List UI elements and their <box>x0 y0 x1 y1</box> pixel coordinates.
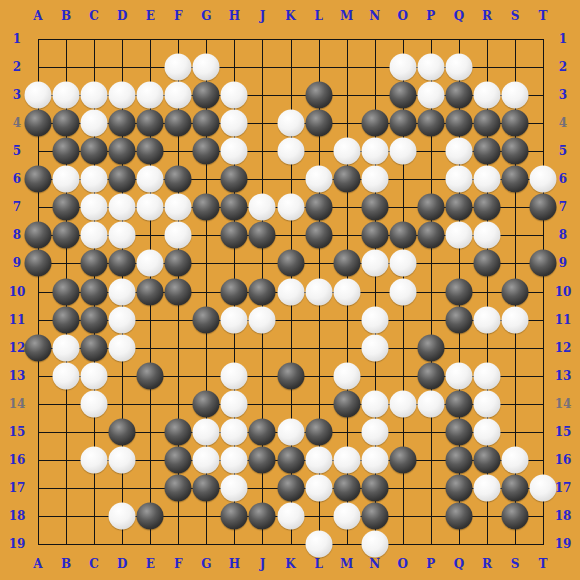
row-label-right: 18 <box>555 510 572 522</box>
grid-line-vertical <box>543 39 544 545</box>
stone-black[interactable] <box>193 110 220 137</box>
stone-white[interactable] <box>165 194 192 221</box>
column-label-bottom: L <box>314 558 322 570</box>
stone-black[interactable] <box>389 110 416 137</box>
row-label-right: 15 <box>555 426 572 438</box>
stone-black[interactable] <box>165 250 192 277</box>
stone-white[interactable] <box>361 446 388 473</box>
stone-black[interactable] <box>333 390 360 417</box>
stone-black[interactable] <box>109 418 136 445</box>
stone-black[interactable] <box>109 166 136 193</box>
stone-black[interactable] <box>333 166 360 193</box>
row-label-left: 14 <box>9 398 26 410</box>
stone-black[interactable] <box>305 110 332 137</box>
column-label-bottom: H <box>229 558 240 570</box>
row-label-left: 9 <box>13 257 21 269</box>
column-label-bottom: D <box>117 558 127 570</box>
stone-white[interactable] <box>361 418 388 445</box>
stone-white[interactable] <box>221 474 248 501</box>
row-label-right: 11 <box>555 314 572 326</box>
column-label-top: N <box>369 10 380 22</box>
column-label-top: F <box>174 10 183 22</box>
stone-white[interactable] <box>445 222 472 249</box>
column-label-top: D <box>117 10 127 22</box>
row-label-right: 5 <box>559 145 567 157</box>
row-label-left: 6 <box>13 173 21 185</box>
row-label-left: 12 <box>9 342 26 354</box>
stone-white[interactable] <box>221 418 248 445</box>
stone-white[interactable] <box>81 166 108 193</box>
stone-black[interactable] <box>502 138 529 165</box>
row-label-left: 4 <box>13 117 21 129</box>
stone-white[interactable] <box>81 390 108 417</box>
row-label-right: 12 <box>555 342 572 354</box>
stone-white[interactable] <box>361 306 388 333</box>
column-label-bottom: C <box>89 558 99 570</box>
stone-black[interactable] <box>473 138 500 165</box>
row-label-left: 7 <box>13 201 21 213</box>
column-label-top: T <box>539 10 548 22</box>
stone-black[interactable] <box>333 250 360 277</box>
column-label-top: C <box>89 10 99 22</box>
stone-black[interactable] <box>445 474 472 501</box>
stone-black[interactable] <box>25 166 52 193</box>
stone-black[interactable] <box>221 166 248 193</box>
stone-black[interactable] <box>193 82 220 109</box>
stone-black[interactable] <box>81 138 108 165</box>
stone-white[interactable] <box>333 446 360 473</box>
stone-black[interactable] <box>221 194 248 221</box>
stone-black[interactable] <box>389 222 416 249</box>
stone-white[interactable] <box>530 166 557 193</box>
stone-black[interactable] <box>277 362 304 389</box>
stone-white[interactable] <box>165 222 192 249</box>
stone-white[interactable] <box>25 82 52 109</box>
column-label-bottom: P <box>426 558 435 570</box>
row-label-left: 16 <box>9 454 26 466</box>
stone-white[interactable] <box>277 418 304 445</box>
row-label-left: 19 <box>9 538 26 550</box>
stone-white[interactable] <box>221 138 248 165</box>
stone-white[interactable] <box>473 222 500 249</box>
stone-white[interactable] <box>473 418 500 445</box>
stone-white[interactable] <box>221 110 248 137</box>
stone-white[interactable] <box>109 503 136 530</box>
stone-white[interactable] <box>109 334 136 361</box>
stone-black[interactable] <box>445 390 472 417</box>
column-label-bottom: A <box>33 558 42 570</box>
stone-white[interactable] <box>473 166 500 193</box>
stone-black[interactable] <box>473 194 500 221</box>
column-label-top: J <box>260 10 266 22</box>
stone-white[interactable] <box>53 82 80 109</box>
row-label-right: 16 <box>555 454 572 466</box>
stone-white[interactable] <box>277 503 304 530</box>
stone-black[interactable] <box>417 194 444 221</box>
stone-black[interactable] <box>109 138 136 165</box>
stone-black[interactable] <box>81 334 108 361</box>
row-label-right: 3 <box>559 89 567 101</box>
stone-white[interactable] <box>361 531 388 558</box>
column-label-top: K <box>285 10 295 22</box>
row-label-left: 5 <box>13 145 21 157</box>
stone-black[interactable] <box>165 446 192 473</box>
column-label-bottom: O <box>398 558 408 570</box>
stone-black[interactable] <box>165 166 192 193</box>
stone-black[interactable] <box>165 474 192 501</box>
stone-black[interactable] <box>530 194 557 221</box>
stone-black[interactable] <box>221 222 248 249</box>
stone-white[interactable] <box>221 446 248 473</box>
stone-white[interactable] <box>53 166 80 193</box>
stone-black[interactable] <box>389 446 416 473</box>
stone-white[interactable] <box>165 82 192 109</box>
stone-black[interactable] <box>137 138 164 165</box>
stone-white[interactable] <box>305 166 332 193</box>
stone-white[interactable] <box>109 82 136 109</box>
stone-white[interactable] <box>221 306 248 333</box>
stone-black[interactable] <box>361 474 388 501</box>
stone-white[interactable] <box>221 362 248 389</box>
stone-white[interactable] <box>502 306 529 333</box>
column-label-bottom: S <box>511 558 520 570</box>
stone-white[interactable] <box>81 362 108 389</box>
stone-white[interactable] <box>137 166 164 193</box>
stone-white[interactable] <box>445 138 472 165</box>
stone-white[interactable] <box>361 250 388 277</box>
stone-black[interactable] <box>53 110 80 137</box>
column-label-top: L <box>314 10 322 22</box>
stone-black[interactable] <box>25 222 52 249</box>
stone-white[interactable] <box>109 222 136 249</box>
stone-black[interactable] <box>193 390 220 417</box>
stone-white[interactable] <box>389 278 416 305</box>
stone-black[interactable] <box>193 194 220 221</box>
stone-black[interactable] <box>417 110 444 137</box>
stone-black[interactable] <box>165 418 192 445</box>
column-label-top: A <box>33 10 42 22</box>
stone-white[interactable] <box>361 138 388 165</box>
stone-black[interactable] <box>53 222 80 249</box>
stone-black[interactable] <box>81 306 108 333</box>
stone-white[interactable] <box>445 362 472 389</box>
stone-black[interactable] <box>25 250 52 277</box>
stone-black[interactable] <box>277 474 304 501</box>
row-label-right: 9 <box>559 257 567 269</box>
stone-black[interactable] <box>277 250 304 277</box>
stone-white[interactable] <box>221 390 248 417</box>
column-label-top: R <box>482 10 492 22</box>
stone-black[interactable] <box>53 278 80 305</box>
stone-black[interactable] <box>445 278 472 305</box>
column-label-top: Q <box>454 10 464 22</box>
stone-white[interactable] <box>137 194 164 221</box>
stone-white[interactable] <box>109 306 136 333</box>
column-label-bottom: N <box>369 558 380 570</box>
stone-white[interactable] <box>473 362 500 389</box>
column-label-bottom: T <box>539 558 548 570</box>
stone-black[interactable] <box>249 222 276 249</box>
stone-black[interactable] <box>221 278 248 305</box>
stone-white[interactable] <box>305 531 332 558</box>
stone-black[interactable] <box>193 306 220 333</box>
stone-white[interactable] <box>53 362 80 389</box>
stone-black[interactable] <box>249 278 276 305</box>
stone-black[interactable] <box>249 418 276 445</box>
stone-black[interactable] <box>445 306 472 333</box>
stone-white[interactable] <box>53 334 80 361</box>
stone-black[interactable] <box>137 362 164 389</box>
column-label-top: H <box>229 10 240 22</box>
stone-black[interactable] <box>109 110 136 137</box>
stone-white[interactable] <box>137 250 164 277</box>
stone-white[interactable] <box>81 194 108 221</box>
stone-white[interactable] <box>81 446 108 473</box>
stone-white[interactable] <box>530 474 557 501</box>
stone-white[interactable] <box>502 82 529 109</box>
stone-white[interactable] <box>417 54 444 81</box>
stone-black[interactable] <box>53 194 80 221</box>
stone-black[interactable] <box>305 82 332 109</box>
row-label-right: 19 <box>555 538 572 550</box>
stone-black[interactable] <box>445 82 472 109</box>
row-label-right: 1 <box>559 33 567 45</box>
stone-black[interactable] <box>165 110 192 137</box>
stone-black[interactable] <box>53 138 80 165</box>
row-label-right: 10 <box>555 286 572 298</box>
stone-black[interactable] <box>445 503 472 530</box>
stone-black[interactable] <box>137 278 164 305</box>
stone-black[interactable] <box>445 110 472 137</box>
column-label-top: S <box>511 10 520 22</box>
column-label-bottom: K <box>285 558 295 570</box>
row-label-left: 17 <box>9 482 26 494</box>
stone-white[interactable] <box>473 474 500 501</box>
stone-white[interactable] <box>473 306 500 333</box>
stone-black[interactable] <box>193 474 220 501</box>
stone-white[interactable] <box>277 138 304 165</box>
stone-black[interactable] <box>333 474 360 501</box>
stone-black[interactable] <box>502 278 529 305</box>
stone-white[interactable] <box>389 138 416 165</box>
stone-black[interactable] <box>305 194 332 221</box>
row-label-right: 2 <box>559 61 567 73</box>
row-label-right: 4 <box>559 117 567 129</box>
stone-black[interactable] <box>417 334 444 361</box>
stone-white[interactable] <box>473 390 500 417</box>
stone-black[interactable] <box>81 278 108 305</box>
stone-black[interactable] <box>473 110 500 137</box>
stone-black[interactable] <box>361 110 388 137</box>
stone-white[interactable] <box>361 390 388 417</box>
column-label-top: G <box>201 10 211 22</box>
stone-black[interactable] <box>25 110 52 137</box>
stone-black[interactable] <box>502 166 529 193</box>
column-label-top: B <box>61 10 71 22</box>
stone-black[interactable] <box>473 250 500 277</box>
column-label-bottom: J <box>260 558 266 570</box>
stone-black[interactable] <box>445 446 472 473</box>
stone-white[interactable] <box>305 446 332 473</box>
stone-white[interactable] <box>333 278 360 305</box>
stone-white[interactable] <box>417 82 444 109</box>
stone-white[interactable] <box>81 82 108 109</box>
row-label-left: 11 <box>9 314 26 326</box>
stone-black[interactable] <box>361 194 388 221</box>
stone-white[interactable] <box>193 446 220 473</box>
stone-black[interactable] <box>53 306 80 333</box>
stone-black[interactable] <box>502 110 529 137</box>
stone-white[interactable] <box>361 334 388 361</box>
stone-white[interactable] <box>193 418 220 445</box>
stone-white[interactable] <box>109 446 136 473</box>
column-label-bottom: Q <box>454 558 464 570</box>
column-label-bottom: G <box>201 558 211 570</box>
column-label-bottom: R <box>482 558 492 570</box>
stone-black[interactable] <box>137 503 164 530</box>
row-label-right: 7 <box>559 201 567 213</box>
row-label-right: 14 <box>555 398 572 410</box>
stone-white[interactable] <box>109 194 136 221</box>
stone-white[interactable] <box>81 222 108 249</box>
row-label-left: 15 <box>9 426 26 438</box>
stone-white[interactable] <box>249 306 276 333</box>
stone-white[interactable] <box>305 278 332 305</box>
row-label-left: 3 <box>13 89 21 101</box>
grid-line-horizontal <box>38 544 543 545</box>
column-label-bottom: M <box>340 558 353 570</box>
stone-white[interactable] <box>361 166 388 193</box>
stone-white[interactable] <box>165 54 192 81</box>
stone-white[interactable] <box>277 278 304 305</box>
column-label-top: M <box>340 10 353 22</box>
stone-black[interactable] <box>417 362 444 389</box>
stone-white[interactable] <box>445 54 472 81</box>
stone-black[interactable] <box>249 446 276 473</box>
stone-black[interactable] <box>221 503 248 530</box>
stone-black[interactable] <box>361 222 388 249</box>
row-label-left: 8 <box>13 229 21 241</box>
row-label-right: 17 <box>555 482 572 494</box>
column-label-top: P <box>426 10 435 22</box>
column-label-top: O <box>398 10 408 22</box>
stone-white[interactable] <box>109 278 136 305</box>
stone-white[interactable] <box>137 82 164 109</box>
column-label-bottom: E <box>146 558 155 570</box>
stone-white[interactable] <box>193 54 220 81</box>
stone-black[interactable] <box>473 446 500 473</box>
stone-black[interactable] <box>109 250 136 277</box>
stone-black[interactable] <box>502 474 529 501</box>
stone-black[interactable] <box>277 446 304 473</box>
stone-black[interactable] <box>81 250 108 277</box>
stone-white[interactable] <box>389 54 416 81</box>
stone-white[interactable] <box>417 390 444 417</box>
row-label-right: 6 <box>559 173 567 185</box>
row-label-right: 8 <box>559 229 567 241</box>
column-label-bottom: B <box>61 558 71 570</box>
row-label-left: 18 <box>9 510 26 522</box>
stone-white[interactable] <box>389 250 416 277</box>
stone-white[interactable] <box>81 110 108 137</box>
stone-black[interactable] <box>530 250 557 277</box>
stone-white[interactable] <box>305 474 332 501</box>
stone-black[interactable] <box>249 503 276 530</box>
stone-white[interactable] <box>473 82 500 109</box>
stone-white[interactable] <box>221 82 248 109</box>
stone-black[interactable] <box>445 194 472 221</box>
stone-white[interactable] <box>502 446 529 473</box>
stone-black[interactable] <box>305 418 332 445</box>
stone-white[interactable] <box>277 110 304 137</box>
row-label-left: 10 <box>9 286 26 298</box>
stone-black[interactable] <box>502 503 529 530</box>
stone-black[interactable] <box>361 503 388 530</box>
go-board[interactable]: AABBCCDDEEFFGGHHJJKKLLMMNNOOPPQQRRSSTT11… <box>0 0 580 580</box>
stone-black[interactable] <box>137 110 164 137</box>
stone-black[interactable] <box>417 222 444 249</box>
column-label-top: E <box>146 10 155 22</box>
stone-black[interactable] <box>25 334 52 361</box>
stone-white[interactable] <box>333 503 360 530</box>
row-label-left: 13 <box>9 370 26 382</box>
stone-white[interactable] <box>277 194 304 221</box>
stone-black[interactable] <box>445 418 472 445</box>
row-label-right: 13 <box>555 370 572 382</box>
stone-white[interactable] <box>445 166 472 193</box>
stone-white[interactable] <box>249 194 276 221</box>
stone-white[interactable] <box>389 390 416 417</box>
stone-black[interactable] <box>193 138 220 165</box>
row-label-left: 1 <box>13 33 21 45</box>
row-label-left: 2 <box>13 61 21 73</box>
stone-white[interactable] <box>333 138 360 165</box>
stone-white[interactable] <box>333 362 360 389</box>
stone-black[interactable] <box>165 278 192 305</box>
column-label-bottom: F <box>174 558 183 570</box>
stone-black[interactable] <box>305 222 332 249</box>
stone-black[interactable] <box>389 82 416 109</box>
